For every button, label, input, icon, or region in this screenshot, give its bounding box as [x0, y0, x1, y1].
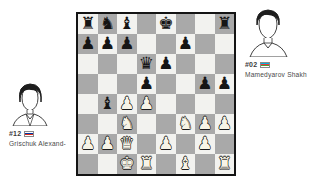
square-e3	[156, 114, 176, 134]
square-c5	[117, 74, 137, 94]
square-g6	[195, 54, 215, 74]
player-meta-left: #12	[9, 130, 75, 137]
player-name-right: Mamedyarov Shakh	[245, 71, 319, 78]
white-pawn: ♟	[158, 135, 173, 152]
black-bishop: ♝	[100, 95, 115, 112]
square-h7	[215, 34, 235, 54]
player-name-left: Grischuk Alexand-	[9, 140, 75, 147]
white-king: ♚	[119, 155, 134, 172]
square-a6	[78, 54, 98, 74]
square-f3: ♞	[176, 114, 196, 134]
square-g4	[195, 94, 215, 114]
player-portrait-right	[245, 5, 291, 57]
player-portrait-left	[9, 80, 51, 126]
square-d3	[137, 114, 157, 134]
player-number-right: #02	[245, 61, 257, 68]
square-d5: ♟	[137, 74, 157, 94]
square-a2: ♟	[78, 134, 98, 154]
player-block-right: #02 Mamedyarov Shakh	[245, 5, 319, 78]
white-knight: ♞	[119, 115, 134, 132]
square-h8: ♜	[215, 14, 235, 34]
black-bishop: ♝	[119, 15, 134, 32]
square-h4	[215, 94, 235, 114]
black-pawn: ♟	[178, 35, 193, 52]
square-b3	[98, 114, 118, 134]
white-pawn: ♟	[119, 95, 134, 112]
white-queen: ♛	[119, 135, 134, 152]
black-king: ♚	[158, 15, 173, 32]
white-pawn: ♟	[139, 95, 154, 112]
white-pawn: ♟	[100, 135, 115, 152]
russia-flag	[24, 131, 34, 137]
flag-stripe	[261, 65, 269, 66]
square-e2: ♟	[156, 134, 176, 154]
square-g5: ♟	[195, 74, 215, 94]
azerbaijan-flag	[260, 62, 270, 68]
square-f7: ♟	[176, 34, 196, 54]
square-f4	[176, 94, 196, 114]
square-e7	[156, 34, 176, 54]
square-d8	[137, 14, 157, 34]
square-f1: ♝	[176, 154, 196, 174]
square-c3: ♞	[117, 114, 137, 134]
square-d1: ♜	[137, 154, 157, 174]
square-f6	[176, 54, 196, 74]
square-e4	[156, 94, 176, 114]
black-knight: ♞	[100, 15, 115, 32]
square-g3: ♟	[195, 114, 215, 134]
square-c8: ♝	[117, 14, 137, 34]
square-a5	[78, 74, 98, 94]
black-pawn: ♟	[100, 35, 115, 52]
white-knight: ♞	[178, 115, 193, 132]
chess-board: ♜♞♝♚♜♟♟♟♟♛♟♟♟♟♝♟♟♞♞♟♟♟♟♛♟♟♚♜♝♜	[76, 12, 236, 176]
square-h1: ♜	[215, 154, 235, 174]
square-a8: ♜	[78, 14, 98, 34]
square-h2	[215, 134, 235, 154]
player-block-left: #12 Grischuk Alexand-	[9, 80, 75, 147]
square-d4: ♟	[137, 94, 157, 114]
square-b1	[98, 154, 118, 174]
square-d7	[137, 34, 157, 54]
square-b4: ♝	[98, 94, 118, 114]
square-h3: ♟	[215, 114, 235, 134]
white-pawn: ♟	[80, 135, 95, 152]
black-rook: ♜	[80, 15, 95, 32]
black-queen: ♛	[139, 55, 154, 72]
black-pawn: ♟	[139, 75, 154, 92]
square-b5	[98, 74, 118, 94]
square-f5	[176, 74, 196, 94]
square-c7: ♟	[117, 34, 137, 54]
square-e5	[156, 74, 176, 94]
square-c4: ♟	[117, 94, 137, 114]
black-pawn: ♟	[158, 55, 173, 72]
broadcast-screen: #12 Grischuk Alexand- ♜♞♝♚♜♟♟♟♟♛♟♟♟♟♝♟♟♞…	[0, 0, 320, 180]
white-pawn: ♟	[217, 115, 232, 132]
square-a1	[78, 154, 98, 174]
black-pawn: ♟	[197, 75, 212, 92]
square-a4	[78, 94, 98, 114]
square-a3	[78, 114, 98, 134]
square-c1: ♚	[117, 154, 137, 174]
white-bishop: ♝	[178, 155, 193, 172]
black-rook: ♜	[217, 15, 232, 32]
black-pawn: ♟	[119, 35, 134, 52]
square-b2: ♟	[98, 134, 118, 154]
square-h6	[215, 54, 235, 74]
square-h5: ♟	[215, 74, 235, 94]
square-c2: ♛	[117, 134, 137, 154]
square-d2	[137, 134, 157, 154]
square-b8: ♞	[98, 14, 118, 34]
square-e8: ♚	[156, 14, 176, 34]
square-f2	[176, 134, 196, 154]
square-g7	[195, 34, 215, 54]
square-g1	[195, 154, 215, 174]
square-g8	[195, 14, 215, 34]
square-g2: ♟	[195, 134, 215, 154]
black-pawn: ♟	[217, 75, 232, 92]
white-rook: ♜	[139, 155, 154, 172]
square-e6: ♟	[156, 54, 176, 74]
white-pawn: ♟	[197, 135, 212, 152]
square-d6: ♛	[137, 54, 157, 74]
flag-stripe	[25, 134, 33, 135]
white-pawn: ♟	[197, 115, 212, 132]
player-meta-right: #02	[245, 61, 319, 68]
square-e1	[156, 154, 176, 174]
square-b6	[98, 54, 118, 74]
player-number-left: #12	[9, 130, 21, 137]
square-b7: ♟	[98, 34, 118, 54]
square-f8	[176, 14, 196, 34]
black-pawn: ♟	[80, 35, 95, 52]
square-a7: ♟	[78, 34, 98, 54]
square-c6	[117, 54, 137, 74]
white-rook: ♜	[217, 155, 232, 172]
